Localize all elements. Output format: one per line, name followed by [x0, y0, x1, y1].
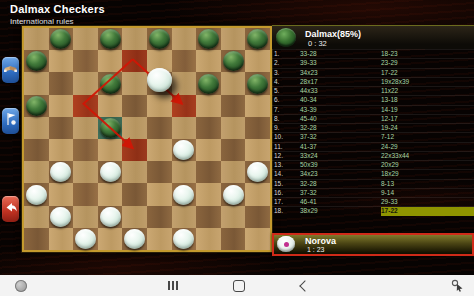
move-number: 14. [272, 170, 300, 178]
square-light [98, 228, 123, 250]
white-move[interactable]: 46-41 [300, 198, 381, 206]
white-move[interactable]: 34x23 [300, 170, 381, 178]
move-number: 3. [272, 69, 300, 77]
green-piece-icon [276, 28, 296, 47]
green-man-2[interactable] [100, 29, 121, 49]
square-9[interactable] [172, 50, 197, 72]
square-light [221, 72, 246, 94]
move-number: 12. [272, 152, 300, 160]
square-light [49, 50, 74, 72]
square-light [245, 183, 270, 205]
square-light [122, 117, 147, 139]
square-light [24, 72, 49, 94]
square-light [172, 28, 197, 50]
black-move[interactable]: 17-22 [381, 69, 474, 77]
square-light [221, 28, 246, 50]
black-move[interactable]: 11x22 [381, 87, 474, 95]
square-light [147, 228, 172, 250]
square-light [147, 95, 172, 117]
square-20[interactable] [221, 95, 246, 117]
square-44[interactable] [196, 206, 221, 228]
move-row-8: 8.45-4012-17 [272, 114, 474, 123]
square-light [196, 183, 221, 205]
white-move[interactable]: 50x39 [300, 161, 381, 169]
game-info-panel: Dalmax(85%) 0 : 32 1.33-2818-232.39-3323… [272, 25, 474, 254]
back-icon[interactable] [297, 275, 313, 296]
recent-apps-icon[interactable] [165, 275, 181, 296]
square-light [24, 28, 49, 50]
square-light [147, 139, 172, 161]
player-top-name: Dalmax(85%) [305, 29, 361, 39]
black-move[interactable]: 13-18 [381, 96, 474, 104]
android-nav-bar [0, 275, 474, 296]
square-light [98, 95, 123, 117]
white-move[interactable]: 39-33 [300, 59, 381, 67]
green-man-3[interactable] [149, 29, 170, 49]
move-row-4: 4.28x1719x28x39 [272, 77, 474, 86]
square-light [73, 72, 98, 94]
square-24[interactable] [196, 117, 221, 139]
home-icon[interactable] [231, 275, 247, 296]
black-move[interactable]: 18-23 [381, 50, 474, 58]
square-30[interactable] [221, 139, 246, 161]
square-18[interactable] [122, 95, 147, 117]
black-move[interactable]: 8-13 [381, 180, 474, 188]
move-row-7: 7.43-3914-19 [272, 105, 474, 114]
square-light [245, 95, 270, 117]
app-title: Dalmax Checkers [10, 3, 105, 15]
square-light [24, 161, 49, 183]
square-light [73, 117, 98, 139]
pointer-lock-icon[interactable] [448, 275, 466, 296]
app-screen: Dalmax Checkers International rules [0, 0, 474, 296]
white-move[interactable]: 44x33 [300, 87, 381, 95]
white-move[interactable]: 37-32 [300, 189, 381, 197]
black-move[interactable]: 22x33x44 [381, 152, 474, 160]
move-number: 8. [272, 115, 300, 123]
square-light [172, 72, 197, 94]
white-move[interactable]: 32-28 [300, 180, 381, 188]
green-man-14[interactable] [198, 74, 219, 94]
white-move[interactable]: 33-28 [300, 50, 381, 58]
square-light [49, 183, 74, 205]
black-move[interactable]: 19-24 [381, 124, 474, 132]
move-number: 4. [272, 78, 300, 86]
move-row-1: 1.33-2818-23 [272, 49, 474, 58]
square-light [221, 117, 246, 139]
square-light [49, 228, 74, 250]
handshake-icon [4, 61, 17, 79]
move-number: 16. [272, 189, 300, 197]
square-43[interactable] [147, 206, 172, 228]
square-light [73, 28, 98, 50]
white-move[interactable]: 40-34 [300, 96, 381, 104]
square-light [49, 95, 74, 117]
square-25[interactable] [245, 117, 270, 139]
move-number: 18. [272, 207, 300, 215]
resign-button[interactable] [2, 108, 19, 134]
piece-center-dot [284, 242, 289, 247]
square-light [98, 139, 123, 161]
black-move[interactable]: 24-29 [381, 143, 474, 151]
white-move[interactable]: 32-28 [300, 124, 381, 132]
square-light [196, 95, 221, 117]
board-grid [24, 28, 270, 250]
square-light [172, 161, 197, 183]
square-light [24, 206, 49, 228]
white-move[interactable]: 33x24 [300, 152, 381, 160]
move-number: 2. [272, 59, 300, 67]
move-number: 6. [272, 96, 300, 104]
black-move[interactable]: 20x29 [381, 161, 474, 169]
square-light [245, 228, 270, 250]
square-light [147, 183, 172, 205]
black-move[interactable]: 23-29 [381, 59, 474, 67]
current-move-highlighted[interactable]: 17-22 [381, 207, 474, 215]
move-number: 13. [272, 161, 300, 169]
square-11[interactable] [49, 72, 74, 94]
square-light [245, 139, 270, 161]
square-19[interactable] [172, 95, 197, 117]
square-8[interactable] [122, 50, 147, 72]
square-45[interactable] [245, 206, 270, 228]
square-50[interactable] [221, 228, 246, 250]
move-row-3: 3.34x2317-22 [272, 68, 474, 77]
move-number: 5. [272, 87, 300, 95]
square-46[interactable] [24, 228, 49, 250]
black-move[interactable]: 29-33 [381, 198, 474, 206]
square-17[interactable] [73, 95, 98, 117]
white-man-40[interactable] [223, 185, 244, 205]
square-28[interactable] [122, 139, 147, 161]
move-row-12: 12.33x2422x33x44 [272, 151, 474, 160]
square-light [73, 206, 98, 228]
move-row-16: 16.37-329-14 [272, 188, 474, 197]
square-7[interactable] [73, 50, 98, 72]
square-light [49, 139, 74, 161]
white-man-39[interactable] [173, 185, 194, 205]
square-light [196, 50, 221, 72]
move-number: 1. [272, 50, 300, 58]
title-block: Dalmax Checkers International rules [10, 3, 105, 26]
player-bar-bottom: Norova 1 : 23 [272, 233, 474, 256]
move-number: 10. [272, 133, 300, 141]
black-move[interactable]: 18x29 [381, 170, 474, 178]
move-row-5: 5.44x3311x22 [272, 86, 474, 95]
player-top-clock: 0 : 32 [308, 39, 327, 48]
move-list[interactable]: 1.33-2818-232.39-3323-293.34x2317-224.28… [272, 49, 474, 216]
app-subtitle: International rules [10, 17, 105, 26]
player-bottom-name: Norova [305, 236, 336, 246]
move-row-18: 18.38x2917-22 [272, 206, 474, 215]
square-26[interactable] [24, 139, 49, 161]
flying-capturing-piece[interactable] [147, 68, 172, 92]
white-move[interactable]: 28x17 [300, 78, 381, 86]
square-light [122, 161, 147, 183]
move-number: 11. [272, 143, 300, 151]
square-light [196, 139, 221, 161]
square-27[interactable] [73, 139, 98, 161]
draw-offer-button[interactable] [2, 57, 19, 83]
square-light [24, 117, 49, 139]
player-bottom-clock: 1 : 23 [307, 246, 325, 253]
green-man-22[interactable] [100, 118, 121, 138]
white-move[interactable]: 41-37 [300, 143, 381, 151]
black-move[interactable]: 7-12 [381, 133, 474, 141]
undo-arrow-icon [4, 200, 18, 218]
move-row-9: 9.32-2819-24 [272, 123, 474, 132]
white-move[interactable]: 38x29 [300, 207, 381, 215]
square-light [122, 28, 147, 50]
white-man-47[interactable] [75, 229, 96, 249]
checkers-board [22, 26, 272, 252]
green-man-4[interactable] [198, 29, 219, 49]
spen-app-icon[interactable] [13, 275, 29, 296]
white-man-41[interactable] [50, 207, 71, 227]
move-row-10: 10.37-327-12 [272, 132, 474, 141]
square-23[interactable] [147, 117, 172, 139]
move-row-14: 14.34x2318x29 [272, 169, 474, 178]
square-33[interactable] [147, 161, 172, 183]
white-piece-icon [277, 236, 295, 252]
green-man-15[interactable] [247, 74, 268, 94]
square-light [98, 183, 123, 205]
square-light [221, 206, 246, 228]
player-bar-top: Dalmax(85%) 0 : 32 [272, 26, 474, 49]
move-number: 9. [272, 124, 300, 132]
green-man-6[interactable] [26, 51, 47, 71]
move-row-6: 6.40-3413-18 [272, 95, 474, 104]
move-number: 15. [272, 180, 300, 188]
square-37[interactable] [73, 183, 98, 205]
move-row-13: 13.50x3920x29 [272, 160, 474, 169]
move-number: 7. [272, 106, 300, 114]
black-move[interactable]: 19x28x39 [381, 78, 474, 86]
white-move[interactable]: 43-39 [300, 106, 381, 114]
undo-button[interactable] [2, 196, 19, 222]
square-light [196, 228, 221, 250]
black-move[interactable]: 9-14 [381, 189, 474, 197]
square-light [122, 72, 147, 94]
square-light [172, 117, 197, 139]
move-row-15: 15.32-288-13 [272, 179, 474, 188]
move-row-2: 2.39-3323-29 [272, 58, 474, 67]
square-light [221, 161, 246, 183]
square-light [73, 161, 98, 183]
white-man-32[interactable] [100, 162, 121, 182]
green-man-10[interactable] [223, 51, 244, 71]
white-move[interactable]: 45-40 [300, 115, 381, 123]
white-move[interactable]: 37-32 [300, 133, 381, 141]
square-21[interactable] [49, 117, 74, 139]
move-row-17: 17.46-4129-33 [272, 197, 474, 206]
square-38[interactable] [122, 183, 147, 205]
white-flag-icon [4, 112, 17, 130]
move-row-11: 11.41-3724-29 [272, 142, 474, 151]
green-man-12[interactable] [100, 74, 121, 94]
white-man-48[interactable] [124, 229, 145, 249]
black-move[interactable]: 14-19 [381, 106, 474, 114]
white-move[interactable]: 34x23 [300, 69, 381, 77]
square-light [98, 50, 123, 72]
white-man-42[interactable] [100, 207, 121, 227]
square-light [245, 50, 270, 72]
move-number: 17. [272, 198, 300, 206]
green-man-16[interactable] [26, 96, 47, 116]
black-move[interactable]: 12-17 [381, 115, 474, 123]
square-light [122, 206, 147, 228]
square-light [172, 206, 197, 228]
square-34[interactable] [196, 161, 221, 183]
white-man-36[interactable] [26, 185, 47, 205]
